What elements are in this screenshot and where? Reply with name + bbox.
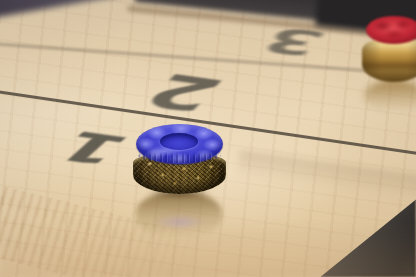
red-puck bbox=[362, 16, 416, 126]
red-puck-brass-body bbox=[362, 38, 416, 82]
shuffleboard-photo: 1 2 3 bbox=[0, 0, 416, 277]
red-puck-reflection bbox=[364, 80, 416, 112]
foreground-warmth bbox=[0, 221, 416, 277]
blue-puck-cap-ridges bbox=[138, 148, 221, 163]
blue-puck-cap-recess bbox=[160, 133, 198, 150]
red-puck-cap bbox=[366, 16, 416, 44]
